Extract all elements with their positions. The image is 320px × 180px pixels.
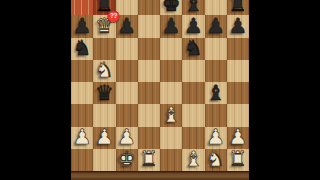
square-c8[interactable]	[116, 0, 138, 15]
square-g3[interactable]	[205, 104, 227, 126]
piece-black-bishop-f8[interactable]: ♝	[182, 0, 204, 15]
square-b2[interactable]: ♟	[93, 127, 115, 149]
piece-white-knight-g1[interactable]: ♞	[205, 149, 227, 171]
piece-white-pawn-a2[interactable]: ♟	[71, 127, 93, 149]
square-a7[interactable]: ♟	[71, 15, 93, 37]
piece-black-queen-b4[interactable]: ♛	[93, 82, 115, 104]
square-f2[interactable]	[182, 127, 204, 149]
piece-white-rook-h1[interactable]: ♜	[227, 149, 249, 171]
square-d4[interactable]	[138, 82, 160, 104]
video-frame: ♜♚♝♜♟♛♟♟♟♟♟♞♞♞♛♝♝♟♟♟♟♟♚♜♝♞♜ ??	[0, 0, 320, 180]
square-h6[interactable]	[227, 38, 249, 60]
square-f7[interactable]: ♟	[182, 15, 204, 37]
blunder-badge-label: ??	[110, 13, 117, 19]
square-e2[interactable]	[160, 127, 182, 149]
square-e6[interactable]	[160, 38, 182, 60]
blunder-badge: ??	[108, 11, 119, 22]
piece-white-pawn-g2[interactable]: ♟	[205, 127, 227, 149]
square-e8[interactable]: ♚	[160, 0, 182, 15]
square-h4[interactable]	[227, 82, 249, 104]
square-a6[interactable]: ♞	[71, 38, 93, 60]
square-a1[interactable]	[71, 149, 93, 171]
square-d6[interactable]	[138, 38, 160, 60]
piece-white-pawn-b2[interactable]: ♟	[93, 127, 115, 149]
square-e7[interactable]: ♟	[160, 15, 182, 37]
square-h5[interactable]	[227, 60, 249, 82]
square-c3[interactable]	[116, 104, 138, 126]
chess-board: ♜♚♝♜♟♛♟♟♟♟♟♞♞♞♛♝♝♟♟♟♟♟♚♜♝♞♜	[71, 0, 249, 171]
square-b4[interactable]: ♛	[93, 82, 115, 104]
square-b6[interactable]	[93, 38, 115, 60]
square-h7[interactable]: ♟	[227, 15, 249, 37]
square-g2[interactable]: ♟	[205, 127, 227, 149]
piece-black-knight-a6[interactable]: ♞	[71, 38, 93, 60]
square-d5[interactable]	[138, 60, 160, 82]
square-h3[interactable]	[227, 104, 249, 126]
square-c5[interactable]	[116, 60, 138, 82]
square-b3[interactable]	[93, 104, 115, 126]
square-b1[interactable]	[93, 149, 115, 171]
square-g7[interactable]: ♟	[205, 15, 227, 37]
square-a8[interactable]	[71, 0, 93, 15]
piece-black-pawn-f7[interactable]: ♟	[182, 15, 204, 37]
square-h8[interactable]: ♜	[227, 0, 249, 15]
square-e1[interactable]	[160, 149, 182, 171]
square-c7[interactable]: ♟	[116, 15, 138, 37]
square-h2[interactable]: ♟	[227, 127, 249, 149]
square-g5[interactable]	[205, 60, 227, 82]
square-d1[interactable]: ♜	[138, 149, 160, 171]
piece-white-knight-b5[interactable]: ♞	[93, 60, 115, 82]
square-a3[interactable]	[71, 104, 93, 126]
piece-black-knight-f6[interactable]: ♞	[182, 38, 204, 60]
piece-black-rook-h8[interactable]: ♜	[227, 0, 249, 15]
piece-white-bishop-f1[interactable]: ♝	[182, 149, 204, 171]
square-f5[interactable]	[182, 60, 204, 82]
piece-white-rook-d1[interactable]: ♜	[138, 149, 160, 171]
piece-black-bishop-g4[interactable]: ♝	[205, 82, 227, 104]
square-d3[interactable]	[138, 104, 160, 126]
square-b5[interactable]: ♞	[93, 60, 115, 82]
square-d8[interactable]	[138, 0, 160, 15]
piece-black-pawn-g7[interactable]: ♟	[205, 15, 227, 37]
square-e4[interactable]	[160, 82, 182, 104]
square-a4[interactable]	[71, 82, 93, 104]
square-f8[interactable]: ♝	[182, 0, 204, 15]
piece-black-pawn-e7[interactable]: ♟	[160, 15, 182, 37]
square-c2[interactable]: ♟	[116, 127, 138, 149]
square-h1[interactable]: ♜	[227, 149, 249, 171]
square-e3[interactable]: ♝	[160, 104, 182, 126]
square-f3[interactable]	[182, 104, 204, 126]
square-f6[interactable]: ♞	[182, 38, 204, 60]
piece-black-pawn-c7[interactable]: ♟	[116, 15, 138, 37]
board-bottom-frame	[71, 171, 249, 180]
piece-white-bishop-e3[interactable]: ♝	[160, 104, 182, 126]
piece-white-pawn-c2[interactable]: ♟	[116, 127, 138, 149]
square-f4[interactable]	[182, 82, 204, 104]
square-e5[interactable]	[160, 60, 182, 82]
piece-white-king-c1[interactable]: ♚	[116, 149, 138, 171]
square-g4[interactable]: ♝	[205, 82, 227, 104]
square-c6[interactable]	[116, 38, 138, 60]
square-a2[interactable]: ♟	[71, 127, 93, 149]
piece-white-pawn-h2[interactable]: ♟	[227, 127, 249, 149]
square-c4[interactable]	[116, 82, 138, 104]
square-g8[interactable]	[205, 0, 227, 15]
square-c1[interactable]: ♚	[116, 149, 138, 171]
piece-black-pawn-h7[interactable]: ♟	[227, 15, 249, 37]
square-g1[interactable]: ♞	[205, 149, 227, 171]
square-d2[interactable]	[138, 127, 160, 149]
letterbox-left	[0, 0, 71, 180]
piece-black-king-e8[interactable]: ♚	[160, 0, 182, 15]
square-d7[interactable]	[138, 15, 160, 37]
square-f1[interactable]: ♝	[182, 149, 204, 171]
letterbox-right	[249, 0, 320, 180]
piece-black-pawn-a7[interactable]: ♟	[71, 15, 93, 37]
square-a5[interactable]	[71, 60, 93, 82]
square-g6[interactable]	[205, 38, 227, 60]
